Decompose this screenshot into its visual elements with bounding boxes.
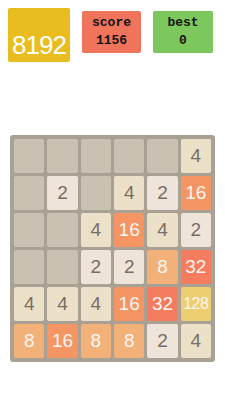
score-label: score (92, 14, 131, 32)
tile-8: 8 (147, 250, 177, 284)
tile-128: 128 (181, 287, 211, 321)
score-value: 1156 (96, 32, 127, 50)
tile-2: 2 (147, 176, 177, 210)
tile-4: 4 (114, 176, 144, 210)
tile-4: 4 (147, 213, 177, 247)
empty-cell (81, 176, 111, 210)
tile-2: 2 (81, 250, 111, 284)
best-value: 0 (179, 32, 187, 50)
tile-2: 2 (114, 250, 144, 284)
empty-cell (47, 139, 77, 173)
tile-4: 4 (81, 213, 111, 247)
app-root: 8192 score 1156 best 0 42421641642228324… (0, 0, 225, 400)
best-box: best 0 (153, 11, 213, 53)
game-board[interactable]: 424216416422283244416321288168824 (10, 135, 215, 362)
empty-cell (147, 139, 177, 173)
empty-cell (47, 213, 77, 247)
tile-4: 4 (181, 139, 211, 173)
tile-32: 32 (181, 250, 211, 284)
tile-16: 16 (114, 287, 144, 321)
tile-2: 2 (181, 213, 211, 247)
tile-32: 32 (147, 287, 177, 321)
highest-tile: 8192 (8, 8, 70, 62)
score-box: score 1156 (82, 11, 141, 53)
tile-4: 4 (181, 324, 211, 358)
tile-16: 16 (47, 324, 77, 358)
empty-cell (14, 250, 44, 284)
tile-2: 2 (47, 176, 77, 210)
tile-4: 4 (81, 287, 111, 321)
best-label: best (167, 14, 198, 32)
empty-cell (47, 250, 77, 284)
tile-8: 8 (114, 324, 144, 358)
tile-8: 8 (14, 324, 44, 358)
empty-cell (81, 139, 111, 173)
tile-16: 16 (114, 213, 144, 247)
empty-cell (14, 139, 44, 173)
empty-cell (114, 139, 144, 173)
tile-2: 2 (147, 324, 177, 358)
empty-cell (14, 213, 44, 247)
tile-4: 4 (47, 287, 77, 321)
empty-cell (14, 176, 44, 210)
tile-8: 8 (81, 324, 111, 358)
tile-4: 4 (14, 287, 44, 321)
tile-16: 16 (181, 176, 211, 210)
